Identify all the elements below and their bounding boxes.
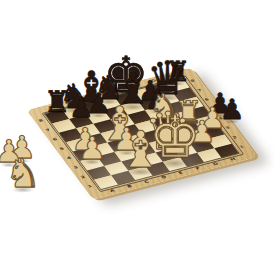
file-label-bottom-B: B [126,185,132,189]
rank-label-right-8: 8 [190,79,196,83]
black-rook-a8[interactable]: ♜ [44,88,71,118]
rank-label-left-1: 1 [87,185,93,189]
file-label-bottom-C: C [144,180,150,184]
file-label-bottom-A: A [109,189,115,193]
rank-label-right-2: 2 [232,136,238,140]
rank-label-right-1: 1 [239,145,245,149]
rank-label-left-7: 7 [45,128,51,132]
product-photo: AABBCCDDEEFFGGHH1122334455667788 ♜♚♛♞♟♝♝… [0,0,275,275]
captured-white-knight-3[interactable]: ♞ [5,153,41,193]
white-bishop-c1[interactable]: ♝ [118,125,163,175]
rank-label-left-2: 2 [80,175,86,179]
black-pawn-b7[interactable]: ♟ [69,94,94,122]
rank-label-left-5: 5 [59,147,65,151]
file-label-bottom-G: G [212,162,219,166]
rank-label-right-7: 7 [197,89,203,93]
file-label-bottom-H: H [230,157,237,161]
rank-label-left-6: 6 [52,138,58,142]
rank-label-right-3: 3 [225,126,231,130]
file-label-bottom-E: E [178,171,184,175]
white-pawn-a3[interactable]: ♟ [78,134,106,165]
